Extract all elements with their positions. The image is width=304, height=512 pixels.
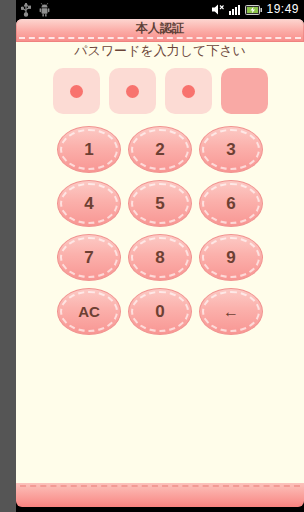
key-8[interactable]: 8 — [128, 234, 192, 281]
key-backspace[interactable]: ← — [199, 288, 263, 335]
pin-dot — [126, 85, 139, 98]
status-right-icons: 19:49 — [212, 0, 299, 19]
signal-strength-icon — [229, 4, 241, 15]
clock: 19:49 — [266, 0, 299, 19]
android-robot-icon — [38, 3, 51, 17]
pin-box-4-active — [221, 68, 268, 114]
footer-bar — [16, 483, 304, 507]
pin-dot — [182, 85, 195, 98]
footer-stitch-line — [20, 485, 300, 487]
usb-debugging-icon — [21, 3, 31, 17]
battery-charging-icon — [245, 5, 262, 15]
phone-screen: 19:49 本人認証 パスワードを入力して下さい 1 2 3 4 5 — [16, 0, 304, 512]
status-left-icons — [21, 3, 51, 17]
pin-box-2 — [109, 68, 156, 114]
key-5[interactable]: 5 — [128, 180, 192, 227]
title-bar-stitch-line — [19, 37, 301, 39]
key-3[interactable]: 3 — [199, 126, 263, 173]
key-0[interactable]: 0 — [128, 288, 192, 335]
page-title: 本人認証 — [16, 19, 304, 38]
keypad: 1 2 3 4 5 6 7 8 9 AC 0 ← — [57, 126, 263, 335]
title-bar: 本人認証 — [16, 19, 304, 42]
key-7[interactable]: 7 — [57, 234, 121, 281]
volume-muted-icon — [212, 4, 225, 15]
key-6[interactable]: 6 — [199, 180, 263, 227]
pin-box-3 — [165, 68, 212, 114]
pin-display — [53, 68, 268, 114]
key-9[interactable]: 9 — [199, 234, 263, 281]
instruction-label: パスワードを入力して下さい — [74, 43, 246, 58]
main-content: パスワードを入力して下さい 1 2 3 4 5 6 7 8 9 AC 0 — [16, 42, 304, 483]
pin-dot — [70, 85, 83, 98]
key-clear-ac[interactable]: AC — [57, 288, 121, 335]
key-1[interactable]: 1 — [57, 126, 121, 173]
key-4[interactable]: 4 — [57, 180, 121, 227]
status-bar: 19:49 — [16, 0, 304, 19]
key-2[interactable]: 2 — [128, 126, 192, 173]
pin-box-1 — [53, 68, 100, 114]
